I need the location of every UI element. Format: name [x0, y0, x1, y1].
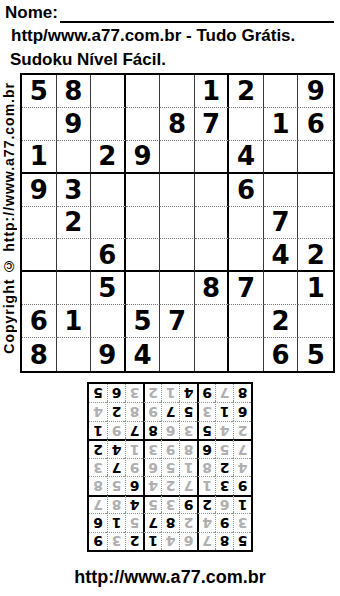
puzzle-cell-r9c4: 4 — [126, 338, 161, 371]
puzzle-cell-r4c1: 9 — [22, 174, 57, 207]
sudoku-worksheet-page: Nome: http/www.a77.com.br - Tudo Grátis.… — [0, 0, 340, 596]
puzzle-cell-r5c4 — [126, 207, 161, 240]
puzzle-cell-r4c3 — [91, 174, 126, 207]
solution-cell-r1c6: 1 — [143, 532, 161, 550]
solution-cell-r6c3: 6 — [197, 439, 215, 457]
puzzle-cell-r1c7: 2 — [229, 75, 264, 108]
puzzle-cell-r7c3: 5 — [91, 272, 126, 305]
solution-cell-r1c2: 8 — [215, 532, 233, 550]
solution-cell-r4c5: 2 — [161, 476, 179, 494]
solution-cell-r9c5: 1 — [161, 384, 179, 402]
solution-cell-r6c2: 5 — [215, 439, 233, 457]
solution-cell-r2c3: 4 — [197, 513, 215, 531]
solution-cell-r8c7: 8 — [125, 402, 143, 420]
solution-cell-r6c7: 1 — [125, 439, 143, 457]
solution-cell-r7c5: 6 — [161, 421, 179, 439]
puzzle-cell-r5c1 — [22, 207, 57, 240]
solution-cell-r2c4: 2 — [179, 513, 197, 531]
puzzle-cell-r5c6 — [195, 207, 230, 240]
solution-cell-r9c4: 4 — [179, 384, 197, 402]
solution-cell-r8c2: 1 — [215, 402, 233, 420]
puzzle-cell-r1c6: 1 — [195, 75, 230, 108]
solution-cell-r8c8: 2 — [107, 402, 125, 420]
solution-cell-r3c9: 7 — [89, 495, 107, 513]
puzzle-cell-r6c1 — [22, 239, 57, 272]
puzzle-cell-r8c6 — [195, 305, 230, 338]
puzzle-cell-r8c8: 2 — [264, 305, 299, 338]
solution-cell-r7c9: 1 — [89, 421, 107, 439]
puzzle-cell-r2c6: 7 — [195, 108, 230, 141]
solution-cell-r1c4: 6 — [179, 532, 197, 550]
puzzle-cell-r6c4 — [126, 239, 161, 272]
solution-cell-r2c1: 3 — [233, 513, 251, 531]
solution-cell-r9c2: 7 — [215, 384, 233, 402]
puzzle-cell-r4c4 — [126, 174, 161, 207]
puzzle-cell-r3c2 — [57, 141, 92, 174]
puzzle-cell-r2c2: 9 — [57, 108, 92, 141]
solution-cell-r8c3: 3 — [197, 402, 215, 420]
solution-cell-r4c3: 1 — [197, 476, 215, 494]
solution-cell-r5c8: 7 — [107, 458, 125, 476]
puzzle-cell-r5c3 — [91, 207, 126, 240]
solution-cell-r9c1: 8 — [233, 384, 251, 402]
solution-cell-r8c5: 7 — [161, 402, 179, 420]
name-underline — [60, 5, 334, 23]
puzzle-cell-r2c8: 1 — [264, 108, 299, 141]
solution-cell-r2c9: 6 — [89, 513, 107, 531]
solution-cell-r3c5: 3 — [161, 495, 179, 513]
puzzle-cell-r6c3: 6 — [91, 239, 126, 272]
solution-cell-r5c7: 9 — [125, 458, 143, 476]
puzzle-cell-r3c1: 1 — [22, 141, 57, 174]
solution-cell-r3c6: 5 — [143, 495, 161, 513]
solution-cell-r7c8: 9 — [107, 421, 125, 439]
solution-cell-r2c2: 9 — [215, 513, 233, 531]
solution-cell-r3c7: 4 — [125, 495, 143, 513]
solution-cell-r6c4: 8 — [179, 439, 197, 457]
sudoku-solution-grid-rotated: 5876412393942875161629354879317246584281… — [87, 382, 253, 552]
solution-cell-r5c4: 1 — [179, 458, 197, 476]
solution-cell-r3c8: 8 — [107, 495, 125, 513]
puzzle-cell-r7c6: 8 — [195, 272, 230, 305]
puzzle-cell-r9c3: 9 — [91, 338, 126, 371]
solution-cell-r9c3: 9 — [197, 384, 215, 402]
sudoku-puzzle-grid: 581299871612949362764258716157289465 — [20, 73, 335, 373]
puzzle-cell-r1c5 — [160, 75, 195, 108]
solution-cell-r6c6: 3 — [143, 439, 161, 457]
puzzle-cell-r3c4: 9 — [126, 141, 161, 174]
puzzle-cell-r9c5 — [160, 338, 195, 371]
puzzle-cell-r9c1: 8 — [22, 338, 57, 371]
solution-cell-r9c7: 3 — [125, 384, 143, 402]
solution-cell-r1c8: 3 — [107, 532, 125, 550]
puzzle-cell-r9c9: 5 — [298, 338, 333, 371]
puzzle-cell-r1c4 — [126, 75, 161, 108]
puzzle-cell-r7c4 — [126, 272, 161, 305]
puzzle-cell-r1c2: 8 — [57, 75, 92, 108]
solution-cell-r5c1: 4 — [233, 458, 251, 476]
puzzle-cell-r3c7: 4 — [229, 141, 264, 174]
puzzle-level-title: Sudoku Nível Fácil. — [10, 50, 166, 70]
puzzle-cell-r4c7: 6 — [229, 174, 264, 207]
puzzle-cell-r2c1 — [22, 108, 57, 141]
solution-cell-r7c7: 7 — [125, 421, 143, 439]
solution-cell-r9c8: 6 — [107, 384, 125, 402]
solution-cell-r2c7: 5 — [125, 513, 143, 531]
solution-cell-r7c6: 8 — [143, 421, 161, 439]
solution-cell-r6c1: 7 — [233, 439, 251, 457]
puzzle-cell-r7c5 — [160, 272, 195, 305]
puzzle-cell-r3c3: 2 — [91, 141, 126, 174]
puzzle-cell-r6c2 — [57, 239, 92, 272]
puzzle-cell-r8c4: 5 — [126, 305, 161, 338]
puzzle-cell-r2c4 — [126, 108, 161, 141]
solution-cell-r7c4: 3 — [179, 421, 197, 439]
puzzle-cell-r8c2: 1 — [57, 305, 92, 338]
solution-cell-r4c6: 4 — [143, 476, 161, 494]
solution-cell-r7c3: 5 — [197, 421, 215, 439]
puzzle-cell-r2c5: 8 — [160, 108, 195, 141]
name-row: Nome: — [5, 3, 334, 23]
puzzle-cell-r5c2: 2 — [57, 207, 92, 240]
solution-cell-r3c1: 1 — [233, 495, 251, 513]
solution-cell-r3c3: 2 — [197, 495, 215, 513]
puzzle-cell-r6c8: 4 — [264, 239, 299, 272]
copyright-vertical-text: Copyright © http://www.a77.com.br — [1, 82, 17, 354]
solution-cell-r3c2: 6 — [215, 495, 233, 513]
puzzle-cell-r7c8 — [264, 272, 299, 305]
site-url-title: http/www.a77.com.br - Tudo Grátis. — [11, 26, 295, 46]
puzzle-cell-r8c7 — [229, 305, 264, 338]
solution-cell-r3c4: 9 — [179, 495, 197, 513]
puzzle-cell-r4c9 — [298, 174, 333, 207]
solution-cell-r8c6: 9 — [143, 402, 161, 420]
solution-cell-r1c9: 9 — [89, 532, 107, 550]
solution-cell-r9c9: 5 — [89, 384, 107, 402]
puzzle-cell-r5c9 — [298, 207, 333, 240]
puzzle-cell-r1c1: 5 — [22, 75, 57, 108]
puzzle-cell-r6c6 — [195, 239, 230, 272]
solution-cell-r7c2: 4 — [215, 421, 233, 439]
solution-cell-r5c3: 8 — [197, 458, 215, 476]
puzzle-cell-r2c9: 6 — [298, 108, 333, 141]
solution-cell-r8c1: 6 — [233, 402, 251, 420]
puzzle-cell-r1c8 — [264, 75, 299, 108]
solution-cell-r6c5: 9 — [161, 439, 179, 457]
puzzle-cell-r1c3 — [91, 75, 126, 108]
puzzle-cell-r3c8 — [264, 141, 299, 174]
puzzle-cell-r5c5 — [160, 207, 195, 240]
puzzle-cell-r2c7 — [229, 108, 264, 141]
puzzle-cell-r2c3 — [91, 108, 126, 141]
solution-cell-r4c7: 6 — [125, 476, 143, 494]
solution-cell-r4c2: 3 — [215, 476, 233, 494]
solution-cell-r7c1: 2 — [233, 421, 251, 439]
puzzle-cell-r9c2 — [57, 338, 92, 371]
puzzle-cell-r3c5 — [160, 141, 195, 174]
solution-cell-r5c6: 6 — [143, 458, 161, 476]
puzzle-cell-r6c5 — [160, 239, 195, 272]
solution-cell-r8c9: 4 — [89, 402, 107, 420]
puzzle-cell-r8c1: 6 — [22, 305, 57, 338]
puzzle-cell-r4c5 — [160, 174, 195, 207]
solution-cell-r4c9: 8 — [89, 476, 107, 494]
footer-url: http://www.a77.com.br — [0, 567, 340, 588]
puzzle-cell-r7c2 — [57, 272, 92, 305]
puzzle-cell-r5c8: 7 — [264, 207, 299, 240]
name-label: Nome: — [5, 3, 58, 23]
puzzle-cell-r7c9: 1 — [298, 272, 333, 305]
puzzle-cell-r6c9: 2 — [298, 239, 333, 272]
puzzle-cell-r7c7: 7 — [229, 272, 264, 305]
puzzle-cell-r4c8 — [264, 174, 299, 207]
solution-cell-r6c9: 2 — [89, 439, 107, 457]
puzzle-cell-r9c6 — [195, 338, 230, 371]
puzzle-cell-r3c6 — [195, 141, 230, 174]
puzzle-cell-r1c9: 9 — [298, 75, 333, 108]
solution-cell-r4c1: 9 — [233, 476, 251, 494]
solution-cell-r4c8: 5 — [107, 476, 125, 494]
solution-cell-r1c1: 5 — [233, 532, 251, 550]
puzzle-cell-r6c7 — [229, 239, 264, 272]
solution-cell-r1c7: 2 — [125, 532, 143, 550]
puzzle-cell-r4c6 — [195, 174, 230, 207]
solution-cell-r4c4: 7 — [179, 476, 197, 494]
puzzle-cell-r8c5: 7 — [160, 305, 195, 338]
puzzle-cell-r3c9 — [298, 141, 333, 174]
puzzle-cell-r5c7 — [229, 207, 264, 240]
solution-cell-r8c4: 5 — [179, 402, 197, 420]
solution-cell-r1c3: 7 — [197, 532, 215, 550]
solution-cell-r2c5: 8 — [161, 513, 179, 531]
puzzle-cell-r9c8: 6 — [264, 338, 299, 371]
solution-cell-r2c6: 7 — [143, 513, 161, 531]
puzzle-cell-r8c3 — [91, 305, 126, 338]
solution-cell-r5c2: 2 — [215, 458, 233, 476]
solution-cell-r5c9: 3 — [89, 458, 107, 476]
solution-cell-r5c5: 5 — [161, 458, 179, 476]
solution-cell-r9c6: 2 — [143, 384, 161, 402]
solution-cell-r6c8: 4 — [107, 439, 125, 457]
solution-cell-r1c5: 4 — [161, 532, 179, 550]
puzzle-cell-r8c9 — [298, 305, 333, 338]
puzzle-cell-r4c2: 3 — [57, 174, 92, 207]
solution-cell-r2c8: 1 — [107, 513, 125, 531]
puzzle-cell-r7c1 — [22, 272, 57, 305]
puzzle-cell-r9c7 — [229, 338, 264, 371]
